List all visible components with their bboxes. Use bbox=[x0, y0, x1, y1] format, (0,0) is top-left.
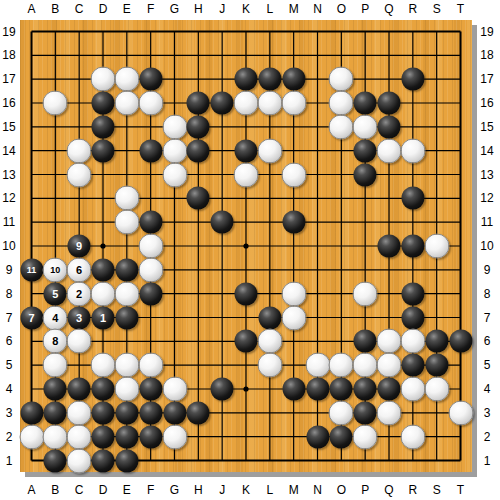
col-label-bottom-Q: Q bbox=[384, 484, 393, 496]
stone-black-H15[interactable] bbox=[187, 115, 210, 138]
stone-white-G4[interactable] bbox=[162, 377, 187, 402]
row-label-left-18: 18 bbox=[2, 49, 15, 61]
stone-black-N2[interactable] bbox=[306, 425, 329, 448]
stone-white-K13[interactable] bbox=[234, 162, 259, 187]
stone-white-B7[interactable]: 4 bbox=[43, 305, 68, 330]
stone-white-E17[interactable] bbox=[114, 67, 139, 92]
col-label-top-L: L bbox=[266, 3, 273, 15]
col-label-bottom-R: R bbox=[408, 484, 417, 496]
stone-white-B2[interactable] bbox=[43, 424, 68, 449]
stone-black-C10[interactable]: 9 bbox=[68, 235, 91, 258]
stone-white-P2[interactable] bbox=[353, 424, 378, 449]
stone-black-D15[interactable] bbox=[92, 115, 115, 138]
stone-black-F3[interactable] bbox=[139, 401, 162, 424]
stone-black-R8[interactable] bbox=[401, 282, 424, 305]
stone-white-Q3[interactable] bbox=[377, 400, 402, 425]
stone-white-E11[interactable] bbox=[114, 210, 139, 235]
stone-black-C7[interactable]: 3 bbox=[68, 306, 91, 329]
col-label-top-P: P bbox=[361, 3, 369, 15]
stone-white-S4[interactable] bbox=[424, 377, 449, 402]
row-label-left-2: 2 bbox=[6, 431, 13, 443]
stone-black-E7[interactable] bbox=[115, 306, 138, 329]
stone-white-D8[interactable] bbox=[91, 281, 116, 306]
move-number-6: 6 bbox=[76, 264, 82, 275]
col-label-top-E: E bbox=[123, 3, 131, 15]
stone-white-B5[interactable] bbox=[43, 353, 68, 378]
stone-black-A9[interactable]: 11 bbox=[20, 258, 43, 281]
stone-black-R7[interactable] bbox=[401, 306, 424, 329]
stone-black-D16[interactable] bbox=[92, 92, 115, 115]
stone-white-C9[interactable]: 6 bbox=[67, 257, 92, 282]
stone-white-M13[interactable] bbox=[281, 162, 306, 187]
stone-white-C8[interactable]: 2 bbox=[67, 281, 92, 306]
row-label-right-2: 2 bbox=[484, 431, 491, 443]
row-label-left-3: 3 bbox=[6, 407, 13, 419]
stone-black-E1[interactable] bbox=[115, 449, 138, 472]
stone-black-H16[interactable] bbox=[187, 92, 210, 115]
stone-white-T3[interactable] bbox=[448, 400, 473, 425]
stone-white-E8[interactable] bbox=[114, 281, 139, 306]
row-label-left-16: 16 bbox=[2, 97, 15, 109]
goban[interactable]: 9111065274318 bbox=[20, 20, 472, 472]
col-label-top-T: T bbox=[457, 3, 464, 15]
row-label-left-7: 7 bbox=[6, 312, 13, 324]
col-label-top-J: J bbox=[219, 3, 225, 15]
stone-white-Q5[interactable] bbox=[377, 353, 402, 378]
stone-white-N5[interactable] bbox=[305, 353, 330, 378]
stone-white-P8[interactable] bbox=[353, 281, 378, 306]
stone-black-T6[interactable] bbox=[449, 330, 472, 353]
stone-white-M16[interactable] bbox=[281, 91, 306, 116]
col-label-bottom-A: A bbox=[27, 484, 35, 496]
stone-black-Q16[interactable] bbox=[378, 92, 401, 115]
col-label-bottom-P: P bbox=[361, 484, 369, 496]
stone-black-M17[interactable] bbox=[282, 68, 305, 91]
col-label-bottom-T: T bbox=[457, 484, 464, 496]
stone-white-O15[interactable] bbox=[329, 114, 354, 139]
row-label-left-11: 11 bbox=[3, 216, 15, 228]
stone-white-R6[interactable] bbox=[400, 329, 425, 354]
stone-white-M8[interactable] bbox=[281, 281, 306, 306]
col-label-top-K: K bbox=[242, 3, 250, 15]
row-label-right-7: 7 bbox=[484, 312, 491, 324]
stone-white-P15[interactable] bbox=[353, 114, 378, 139]
stone-black-F4[interactable] bbox=[139, 378, 162, 401]
stone-white-L6[interactable] bbox=[257, 329, 282, 354]
stone-black-D2[interactable] bbox=[92, 425, 115, 448]
go-diagram: 9111065274318 AABBCCDDEEFFGGHHJJKKLLMMNN… bbox=[0, 0, 500, 500]
col-label-top-B: B bbox=[51, 3, 59, 15]
stone-black-M11[interactable] bbox=[282, 211, 305, 234]
col-label-bottom-H: H bbox=[194, 484, 203, 496]
stone-black-C4[interactable] bbox=[68, 378, 91, 401]
stone-black-Q4[interactable] bbox=[378, 378, 401, 401]
col-label-bottom-O: O bbox=[337, 484, 346, 496]
stone-black-O2[interactable] bbox=[330, 425, 353, 448]
stone-white-A2[interactable] bbox=[19, 424, 44, 449]
row-label-left-12: 12 bbox=[2, 192, 15, 204]
row-label-left-14: 14 bbox=[2, 145, 15, 157]
stone-white-L16[interactable] bbox=[257, 91, 282, 116]
col-label-top-N: N bbox=[313, 3, 322, 15]
stone-white-S10[interactable] bbox=[424, 234, 449, 259]
stone-white-E16[interactable] bbox=[114, 91, 139, 116]
hoshi-K4 bbox=[243, 386, 248, 391]
stone-white-C14[interactable] bbox=[67, 138, 92, 163]
move-number-10: 10 bbox=[50, 264, 60, 275]
row-label-left-8: 8 bbox=[6, 288, 13, 300]
row-label-right-6: 6 bbox=[484, 335, 491, 347]
stone-white-B9[interactable]: 10 bbox=[43, 257, 68, 282]
stone-black-F14[interactable] bbox=[139, 139, 162, 162]
stone-white-C6[interactable] bbox=[67, 329, 92, 354]
stone-black-F8[interactable] bbox=[139, 282, 162, 305]
stone-black-K14[interactable] bbox=[235, 139, 258, 162]
move-number-9: 9 bbox=[76, 241, 82, 252]
stone-black-J4[interactable] bbox=[211, 378, 234, 401]
hoshi-D10 bbox=[100, 243, 105, 248]
stone-white-M7[interactable] bbox=[281, 305, 306, 330]
stone-white-D5[interactable] bbox=[91, 353, 116, 378]
col-label-top-F: F bbox=[147, 3, 154, 15]
move-number-11: 11 bbox=[27, 264, 37, 275]
stone-white-E12[interactable] bbox=[114, 186, 139, 211]
stone-white-C3[interactable] bbox=[67, 400, 92, 425]
stone-white-O5[interactable] bbox=[329, 353, 354, 378]
col-label-bottom-J: J bbox=[219, 484, 225, 496]
col-label-top-M: M bbox=[289, 3, 299, 15]
stone-white-C2[interactable] bbox=[67, 424, 92, 449]
stone-black-F17[interactable] bbox=[139, 68, 162, 91]
row-label-left-17: 17 bbox=[2, 73, 15, 85]
row-label-right-15: 15 bbox=[480, 121, 493, 133]
stone-white-L14[interactable] bbox=[257, 138, 282, 163]
stone-black-E9[interactable] bbox=[115, 258, 138, 281]
stone-white-F10[interactable] bbox=[138, 234, 163, 259]
stone-black-B8[interactable]: 5 bbox=[44, 282, 67, 305]
row-label-left-13: 13 bbox=[2, 169, 15, 181]
row-label-right-10: 10 bbox=[480, 240, 493, 252]
stone-black-Q10[interactable] bbox=[378, 235, 401, 258]
row-label-left-6: 6 bbox=[6, 335, 13, 347]
stone-white-E4[interactable] bbox=[114, 377, 139, 402]
col-label-bottom-K: K bbox=[242, 484, 250, 496]
col-label-top-D: D bbox=[99, 3, 108, 15]
stone-white-R4[interactable] bbox=[400, 377, 425, 402]
row-label-right-13: 13 bbox=[480, 169, 493, 181]
col-label-bottom-B: B bbox=[51, 484, 59, 496]
stone-white-G14[interactable] bbox=[162, 138, 187, 163]
stone-black-B4[interactable] bbox=[44, 378, 67, 401]
stone-white-F9[interactable] bbox=[138, 257, 163, 282]
stone-white-C1[interactable] bbox=[67, 448, 92, 473]
stone-white-P5[interactable] bbox=[353, 353, 378, 378]
stone-white-G13[interactable] bbox=[162, 162, 187, 187]
stone-black-P3[interactable] bbox=[354, 401, 377, 424]
stone-white-F16[interactable] bbox=[138, 91, 163, 116]
stone-black-O4[interactable] bbox=[330, 378, 353, 401]
stone-black-R17[interactable] bbox=[401, 68, 424, 91]
row-label-left-5: 5 bbox=[6, 359, 13, 371]
stone-black-P6[interactable] bbox=[354, 330, 377, 353]
stone-black-F11[interactable] bbox=[139, 211, 162, 234]
stone-black-H14[interactable] bbox=[187, 139, 210, 162]
row-label-right-9: 9 bbox=[484, 264, 491, 276]
stone-black-D9[interactable] bbox=[92, 258, 115, 281]
row-label-left-4: 4 bbox=[6, 383, 13, 395]
stone-black-M4[interactable] bbox=[282, 378, 305, 401]
stone-white-O17[interactable] bbox=[329, 67, 354, 92]
col-label-bottom-M: M bbox=[289, 484, 299, 496]
stone-black-F2[interactable] bbox=[139, 425, 162, 448]
col-label-top-C: C bbox=[75, 3, 84, 15]
stone-white-C13[interactable] bbox=[67, 162, 92, 187]
stone-white-E5[interactable] bbox=[114, 353, 139, 378]
col-label-bottom-D: D bbox=[99, 484, 108, 496]
stone-white-Q14[interactable] bbox=[377, 138, 402, 163]
stone-white-K16[interactable] bbox=[234, 91, 259, 116]
stone-black-G3[interactable] bbox=[163, 401, 186, 424]
row-label-left-15: 15 bbox=[2, 121, 15, 133]
col-label-bottom-G: G bbox=[170, 484, 179, 496]
stone-black-D7[interactable]: 1 bbox=[92, 306, 115, 329]
stone-black-L7[interactable] bbox=[258, 306, 281, 329]
stone-black-P14[interactable] bbox=[354, 139, 377, 162]
col-label-top-A: A bbox=[27, 3, 35, 15]
move-number-8: 8 bbox=[52, 336, 58, 347]
stone-black-H12[interactable] bbox=[187, 187, 210, 210]
stone-black-R10[interactable] bbox=[401, 235, 424, 258]
move-number-3: 3 bbox=[76, 312, 82, 323]
stone-black-R5[interactable] bbox=[401, 354, 424, 377]
col-label-bottom-C: C bbox=[75, 484, 84, 496]
stone-white-R14[interactable] bbox=[400, 138, 425, 163]
stone-black-D4[interactable] bbox=[92, 378, 115, 401]
stone-black-J16[interactable] bbox=[211, 92, 234, 115]
stone-black-P4[interactable] bbox=[354, 378, 377, 401]
col-label-bottom-E: E bbox=[123, 484, 131, 496]
stone-black-K8[interactable] bbox=[235, 282, 258, 305]
stone-black-K17[interactable] bbox=[235, 68, 258, 91]
stone-black-K6[interactable] bbox=[235, 330, 258, 353]
stone-white-L5[interactable] bbox=[257, 353, 282, 378]
stone-black-E2[interactable] bbox=[115, 425, 138, 448]
col-label-bottom-N: N bbox=[313, 484, 322, 496]
row-label-right-5: 5 bbox=[484, 359, 491, 371]
stone-black-L17[interactable] bbox=[258, 68, 281, 91]
stone-black-S5[interactable] bbox=[425, 354, 448, 377]
stone-white-G15[interactable] bbox=[162, 114, 187, 139]
stone-black-D3[interactable] bbox=[92, 401, 115, 424]
stone-black-P13[interactable] bbox=[354, 163, 377, 186]
col-label-bottom-S: S bbox=[433, 484, 441, 496]
row-label-right-1: 1 bbox=[484, 455, 491, 467]
stone-black-A3[interactable] bbox=[20, 401, 43, 424]
hoshi-K10 bbox=[243, 243, 248, 248]
stone-black-A7[interactable]: 7 bbox=[20, 306, 43, 329]
stone-white-B6[interactable]: 8 bbox=[43, 329, 68, 354]
row-label-left-1: 1 bbox=[6, 455, 13, 467]
row-label-right-3: 3 bbox=[484, 407, 491, 419]
stone-black-S6[interactable] bbox=[425, 330, 448, 353]
row-label-right-4: 4 bbox=[484, 383, 491, 395]
stone-black-D1[interactable] bbox=[92, 449, 115, 472]
stone-white-O16[interactable] bbox=[329, 91, 354, 116]
col-label-bottom-F: F bbox=[147, 484, 154, 496]
stone-black-Q15[interactable] bbox=[378, 115, 401, 138]
move-number-2: 2 bbox=[76, 288, 82, 299]
col-label-top-R: R bbox=[408, 3, 417, 15]
row-label-right-11: 11 bbox=[481, 216, 493, 228]
row-label-left-19: 19 bbox=[2, 26, 15, 38]
col-label-top-O: O bbox=[337, 3, 346, 15]
row-label-left-9: 9 bbox=[6, 264, 13, 276]
col-label-top-S: S bbox=[433, 3, 441, 15]
stone-black-D14[interactable] bbox=[92, 139, 115, 162]
row-label-right-8: 8 bbox=[484, 288, 491, 300]
stone-white-O3[interactable] bbox=[329, 400, 354, 425]
col-label-top-G: G bbox=[170, 3, 179, 15]
stone-white-D17[interactable] bbox=[91, 67, 116, 92]
move-number-1: 1 bbox=[100, 312, 106, 323]
row-label-right-16: 16 bbox=[480, 97, 493, 109]
row-label-right-14: 14 bbox=[480, 145, 493, 157]
col-label-bottom-L: L bbox=[266, 484, 273, 496]
col-label-top-H: H bbox=[194, 3, 203, 15]
stone-black-P16[interactable] bbox=[354, 92, 377, 115]
stone-white-F5[interactable] bbox=[138, 353, 163, 378]
row-label-right-18: 18 bbox=[480, 49, 493, 61]
stone-black-H3[interactable] bbox=[187, 401, 210, 424]
stone-black-J11[interactable] bbox=[211, 211, 234, 234]
stone-white-R2[interactable] bbox=[400, 424, 425, 449]
stone-white-G2[interactable] bbox=[162, 424, 187, 449]
stone-black-N4[interactable] bbox=[306, 378, 329, 401]
stone-black-R12[interactable] bbox=[401, 187, 424, 210]
row-label-right-19: 19 bbox=[480, 26, 493, 38]
move-number-4: 4 bbox=[52, 312, 58, 323]
stone-black-B3[interactable] bbox=[44, 401, 67, 424]
col-label-top-Q: Q bbox=[384, 3, 393, 15]
stone-black-B1[interactable] bbox=[44, 449, 67, 472]
stone-white-Q6[interactable] bbox=[377, 329, 402, 354]
row-label-right-12: 12 bbox=[480, 192, 493, 204]
move-number-5: 5 bbox=[52, 288, 58, 299]
stone-white-B16[interactable] bbox=[43, 91, 68, 116]
stone-black-E3[interactable] bbox=[115, 401, 138, 424]
row-label-right-17: 17 bbox=[480, 73, 493, 85]
row-label-left-10: 10 bbox=[2, 240, 15, 252]
move-number-7: 7 bbox=[28, 312, 34, 323]
